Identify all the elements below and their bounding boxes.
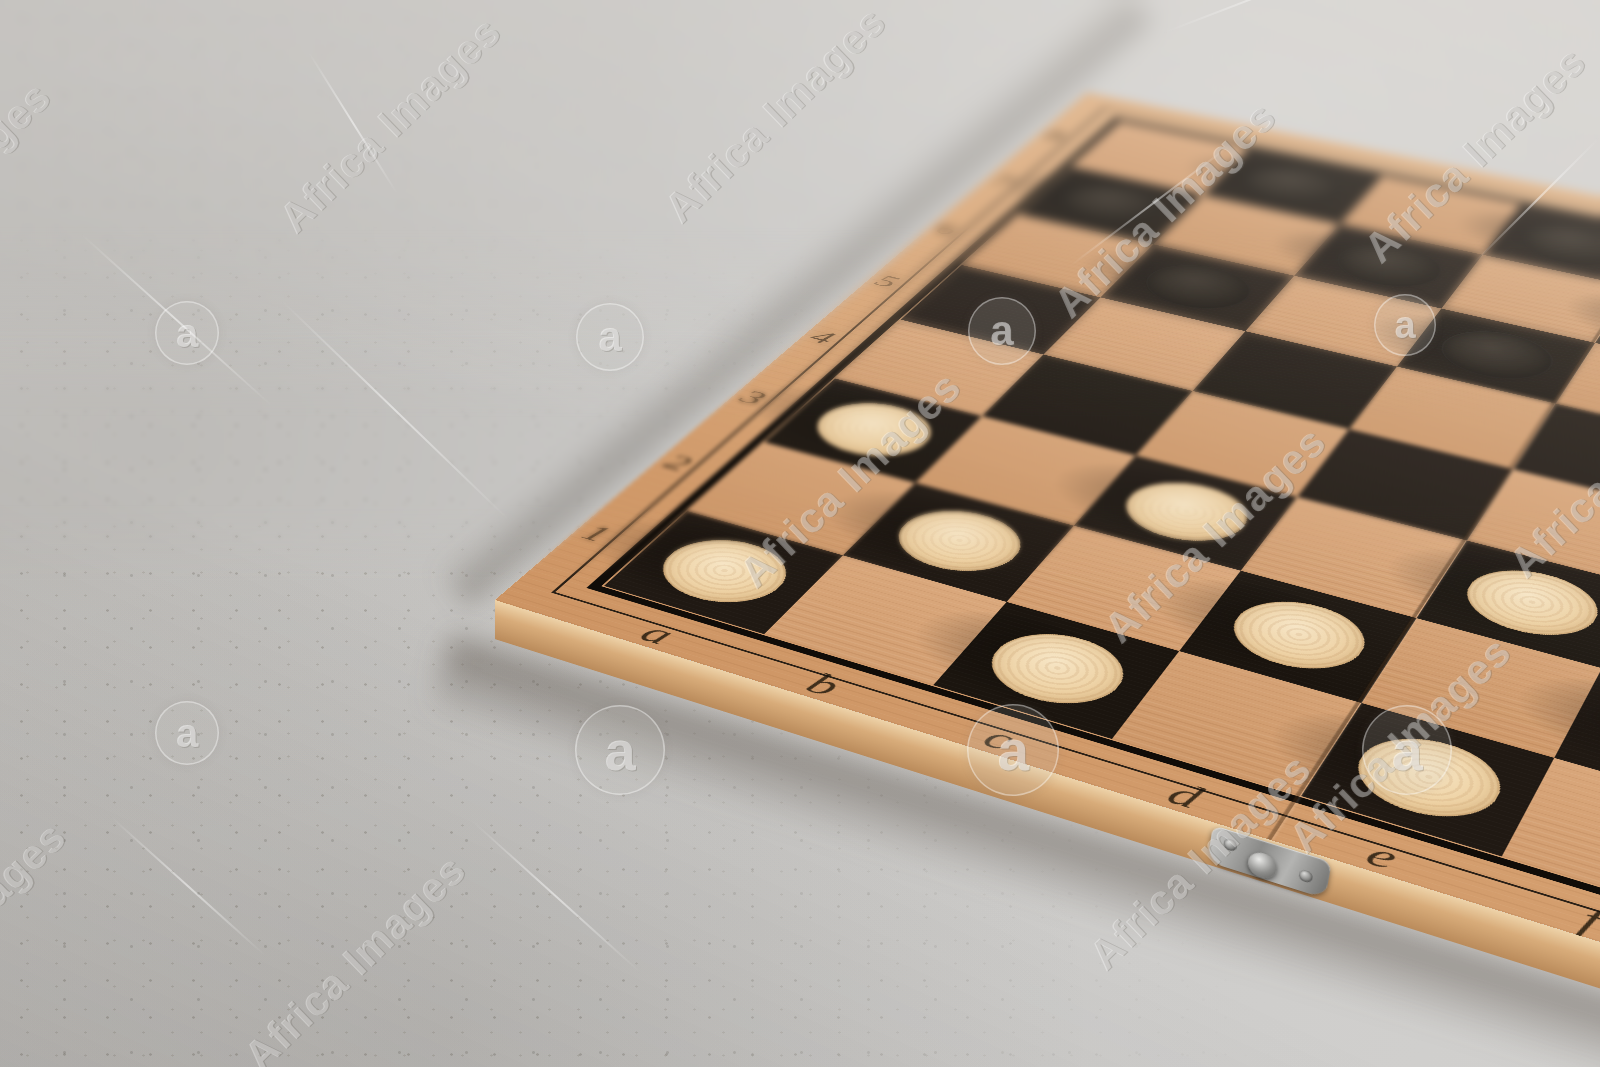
photo-stage: ⛂⛂⛂⛂⛂⛂⛂⛂⛂⛂⛂⛂⛀⛀⛀⛀⛀⛀⛀⛀⛀⛀⛀⛀ 12345678abcdefg… xyxy=(0,0,1600,1067)
latch-knob xyxy=(1246,849,1278,882)
latch-screw-icon xyxy=(1298,869,1313,884)
latch-screw-icon xyxy=(1223,837,1238,852)
